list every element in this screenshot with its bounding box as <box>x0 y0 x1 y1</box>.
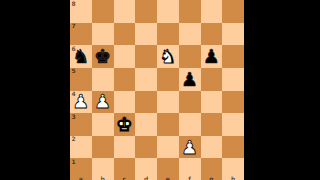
square-c5[interactable] <box>114 68 136 91</box>
square-c4[interactable] <box>114 91 136 114</box>
file-label-e: e <box>157 176 179 180</box>
rank-label-2: 2 <box>72 136 76 142</box>
letterbox-left <box>0 0 70 180</box>
square-a8[interactable]: 8 <box>70 0 92 23</box>
file-label-b: b <box>92 176 114 180</box>
square-f7[interactable] <box>179 23 201 46</box>
square-a7[interactable]: 7 <box>70 23 92 46</box>
square-d4[interactable] <box>135 91 157 114</box>
square-a2[interactable]: 2 <box>70 136 92 159</box>
square-f6[interactable] <box>179 45 201 68</box>
black-pawn[interactable]: ♟ <box>181 69 198 88</box>
rank-label-5: 5 <box>72 68 76 74</box>
square-b2[interactable] <box>92 136 114 159</box>
rank-label-8: 8 <box>72 1 76 7</box>
square-d5[interactable] <box>135 68 157 91</box>
square-f2[interactable]: ♟ <box>179 136 201 159</box>
rank-label-7: 7 <box>72 23 76 29</box>
square-e3[interactable] <box>157 113 179 136</box>
square-f4[interactable] <box>179 91 201 114</box>
square-e8[interactable] <box>157 0 179 23</box>
square-e2[interactable] <box>157 136 179 159</box>
square-g7[interactable] <box>201 23 223 46</box>
white-knight[interactable]: ♞ <box>159 47 176 66</box>
square-e4[interactable] <box>157 91 179 114</box>
white-pawn[interactable]: ♟ <box>181 137 198 156</box>
chess-board: 876♞♚♞♟5♟4♟♟3♚2♟1abcdefgh <box>70 0 244 180</box>
square-b4[interactable]: ♟ <box>92 91 114 114</box>
black-pawn[interactable]: ♟ <box>203 47 220 66</box>
square-a4[interactable]: 4♟ <box>70 91 92 114</box>
square-a6[interactable]: 6♞ <box>70 45 92 68</box>
white-king[interactable]: ♚ <box>116 114 133 133</box>
square-d6[interactable] <box>135 45 157 68</box>
square-c1[interactable]: c <box>114 158 136 180</box>
screenshot-stage: 876♞♚♞♟5♟4♟♟3♚2♟1abcdefgh <box>0 0 320 180</box>
square-b5[interactable] <box>92 68 114 91</box>
square-c2[interactable] <box>114 136 136 159</box>
square-d1[interactable]: d <box>135 158 157 180</box>
file-label-f: f <box>179 176 201 180</box>
square-h3[interactable] <box>222 113 244 136</box>
white-pawn[interactable]: ♟ <box>94 92 111 111</box>
square-f8[interactable] <box>179 0 201 23</box>
rank-label-1: 1 <box>72 159 76 165</box>
file-label-h: h <box>222 176 244 180</box>
square-g8[interactable] <box>201 0 223 23</box>
square-g1[interactable]: g <box>201 158 223 180</box>
square-g6[interactable]: ♟ <box>201 45 223 68</box>
square-c3[interactable]: ♚ <box>114 113 136 136</box>
file-label-g: g <box>201 176 223 180</box>
square-d2[interactable] <box>135 136 157 159</box>
square-b8[interactable] <box>92 0 114 23</box>
square-h4[interactable] <box>222 91 244 114</box>
square-b1[interactable]: b <box>92 158 114 180</box>
square-a3[interactable]: 3 <box>70 113 92 136</box>
square-h8[interactable] <box>222 0 244 23</box>
square-c7[interactable] <box>114 23 136 46</box>
file-label-d: d <box>135 176 157 180</box>
square-f3[interactable] <box>179 113 201 136</box>
square-d7[interactable] <box>135 23 157 46</box>
square-f5[interactable]: ♟ <box>179 68 201 91</box>
square-b6[interactable]: ♚ <box>92 45 114 68</box>
square-a1[interactable]: 1a <box>70 158 92 180</box>
square-h6[interactable] <box>222 45 244 68</box>
square-h7[interactable] <box>222 23 244 46</box>
square-e5[interactable] <box>157 68 179 91</box>
black-king[interactable]: ♚ <box>94 47 111 66</box>
letterbox-right <box>244 0 320 180</box>
black-knight[interactable]: ♞ <box>72 47 89 66</box>
square-d3[interactable] <box>135 113 157 136</box>
square-b7[interactable] <box>92 23 114 46</box>
square-e1[interactable]: e <box>157 158 179 180</box>
square-e7[interactable] <box>157 23 179 46</box>
square-f1[interactable]: f <box>179 158 201 180</box>
file-label-a: a <box>70 176 92 180</box>
square-g3[interactable] <box>201 113 223 136</box>
square-h5[interactable] <box>222 68 244 91</box>
square-g2[interactable] <box>201 136 223 159</box>
square-b3[interactable] <box>92 113 114 136</box>
square-a5[interactable]: 5 <box>70 68 92 91</box>
square-h2[interactable] <box>222 136 244 159</box>
square-h1[interactable]: h <box>222 158 244 180</box>
square-g5[interactable] <box>201 68 223 91</box>
square-e6[interactable]: ♞ <box>157 45 179 68</box>
square-g4[interactable] <box>201 91 223 114</box>
square-c6[interactable] <box>114 45 136 68</box>
square-c8[interactable] <box>114 0 136 23</box>
square-d8[interactable] <box>135 0 157 23</box>
rank-label-3: 3 <box>72 114 76 120</box>
white-pawn[interactable]: ♟ <box>72 92 89 111</box>
file-label-c: c <box>114 176 136 180</box>
